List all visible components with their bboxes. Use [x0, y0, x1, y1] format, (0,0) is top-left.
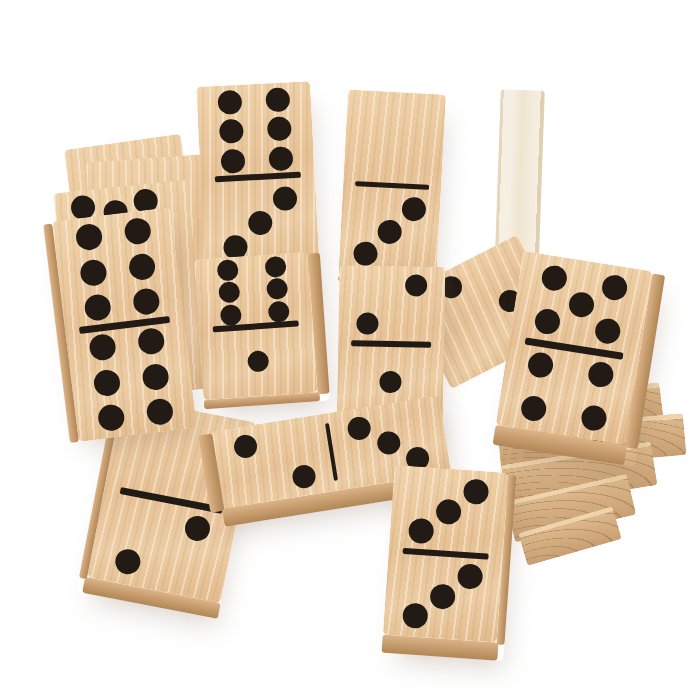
pip: [356, 313, 378, 335]
tile-half-bottom: [199, 322, 318, 400]
pip: [266, 278, 288, 300]
pip: [540, 264, 569, 293]
pip: [267, 116, 292, 141]
pip: [520, 394, 549, 423]
pip: [220, 149, 245, 174]
pip: [264, 255, 286, 277]
pip: [273, 186, 298, 211]
pip: [402, 602, 429, 629]
pip: [579, 404, 608, 433]
pip: [534, 307, 563, 336]
pip: [593, 317, 622, 346]
pip: [137, 327, 166, 356]
pip: [268, 146, 293, 171]
tile-half-top: [343, 90, 446, 188]
tile-face: [338, 90, 446, 281]
tile-face: [383, 465, 509, 643]
pip: [78, 258, 107, 287]
pip: [220, 304, 242, 326]
tile-half-top: [194, 252, 313, 330]
pip: [408, 517, 435, 544]
pip: [567, 290, 596, 319]
pip: [247, 350, 269, 372]
tile-half-top: [196, 81, 315, 179]
pip: [435, 498, 462, 525]
tile-half-bottom: [65, 317, 197, 442]
tile-half-top: [338, 265, 445, 344]
pip: [113, 547, 142, 576]
pip: [74, 223, 103, 252]
tile-half-top: [389, 465, 509, 558]
pip: [267, 300, 289, 322]
pip: [128, 252, 157, 281]
pip: [217, 89, 242, 114]
pip: [96, 403, 125, 432]
pip: [291, 463, 317, 489]
pip: [463, 479, 490, 506]
domino-6-1[interactable]: [194, 251, 330, 409]
pip: [142, 362, 171, 391]
pip: [401, 197, 426, 222]
tile-half-bottom: [383, 550, 503, 643]
pip: [183, 514, 212, 543]
domino-6-3[interactable]: [196, 81, 320, 279]
pip: [377, 219, 402, 244]
pip: [83, 293, 112, 322]
pip: [232, 433, 258, 459]
pip: [124, 217, 153, 246]
pip: [586, 360, 615, 389]
domino-0-3[interactable]: [338, 90, 446, 287]
tile-face: [196, 81, 320, 272]
pip: [132, 287, 161, 316]
pip: [353, 241, 378, 266]
tile-half-top: [52, 207, 184, 332]
pip: [248, 210, 273, 235]
pip: [600, 273, 629, 302]
pip: [457, 563, 484, 590]
pip: [92, 368, 121, 397]
pip: [429, 583, 456, 610]
pip: [375, 430, 401, 456]
dominoes-scene: [0, 0, 700, 700]
pip: [527, 351, 556, 380]
pip: [146, 397, 175, 426]
pip: [265, 87, 290, 112]
pip: [405, 275, 427, 297]
domino-5-4[interactable]: [493, 251, 666, 467]
pip: [218, 281, 240, 303]
pip: [217, 259, 239, 281]
tile-face: [194, 252, 318, 401]
domino-6-6[interactable]: [43, 207, 197, 443]
pip: [219, 119, 244, 144]
pip: [88, 333, 117, 362]
domino-3-3[interactable]: [382, 465, 517, 661]
pip: [379, 371, 401, 393]
pip: [346, 415, 372, 441]
